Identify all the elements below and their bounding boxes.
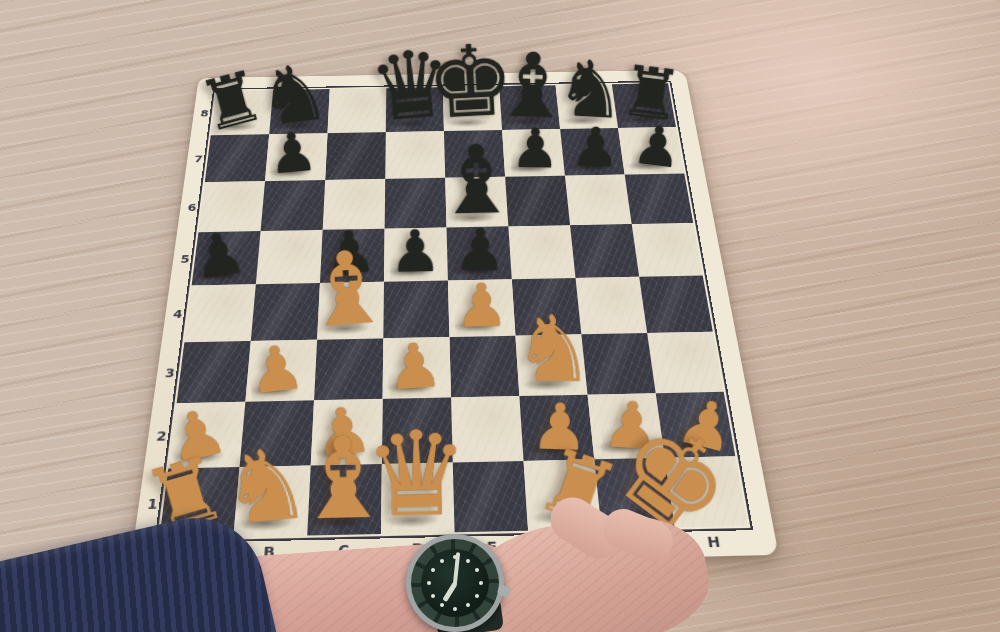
square-d5[interactable]: ♟ <box>384 227 448 281</box>
square-f5[interactable] <box>508 225 575 279</box>
white-knight-f3[interactable]: ♞ <box>512 306 595 394</box>
square-h3[interactable] <box>647 332 724 394</box>
square-a4[interactable] <box>184 284 255 342</box>
square-g7[interactable]: ♟ <box>560 128 625 176</box>
rank-label-3: 3 <box>162 367 178 380</box>
rank-label-6: 6 <box>185 202 200 212</box>
square-h5[interactable] <box>632 223 703 277</box>
black-pawn-a5[interactable]: ♟ <box>189 225 249 288</box>
square-c3[interactable] <box>314 338 383 400</box>
black-pawn-d5[interactable]: ♟ <box>389 224 442 280</box>
black-queen-d8[interactable]: ♛ <box>366 39 457 134</box>
square-a7[interactable] <box>205 134 269 182</box>
square-b7[interactable]: ♟ <box>265 133 328 181</box>
square-b3[interactable]: ♟ <box>245 340 317 402</box>
square-e3[interactable] <box>449 336 519 398</box>
square-g6[interactable] <box>565 175 632 226</box>
square-h6[interactable] <box>625 173 694 224</box>
file-label-h: H <box>705 534 724 549</box>
square-g5[interactable] <box>570 224 639 278</box>
white-pawn-e4[interactable]: ♟ <box>454 277 509 335</box>
black-bishop-e6[interactable]: ♝ <box>433 135 520 226</box>
black-pawn-b7[interactable]: ♟ <box>266 125 319 181</box>
black-pawn-h7[interactable]: ♟ <box>630 119 684 176</box>
square-h7[interactable]: ♟ <box>618 127 684 175</box>
board-grid: ♜♞♛♚♝♞♜♟♟♟♟♝♟♟♟♟♝♟♟♟♞♟♟♟♟♟♜♞♝♛♜♚ <box>159 83 747 539</box>
square-c7[interactable] <box>325 132 386 180</box>
white-pawn-b3[interactable]: ♟ <box>246 338 308 403</box>
square-c1[interactable]: ♝ <box>307 464 382 536</box>
square-h4[interactable] <box>639 275 713 333</box>
square-e4[interactable]: ♟ <box>448 279 516 337</box>
rank-label-4: 4 <box>170 308 186 320</box>
square-d3[interactable]: ♟ <box>383 337 451 399</box>
table-scene: ♜♞♛♚♝♞♜♟♟♟♟♝♟♟♟♟♝♟♟♟♞♟♟♟♟♟♜♞♝♛♜♚ 8765432… <box>0 0 1000 632</box>
wristwatch <box>406 534 504 632</box>
white-bishop-c4[interactable]: ♝ <box>298 238 395 340</box>
square-c4[interactable]: ♝ <box>317 282 384 340</box>
square-b6[interactable] <box>261 180 326 231</box>
board-perspective-wrap: ♜♞♛♚♝♞♜♟♟♟♟♝♟♟♟♟♝♟♟♟♞♟♟♟♟♟♜♞♝♛♜♚ 8765432… <box>130 70 779 570</box>
square-a5[interactable]: ♟ <box>192 231 261 285</box>
white-bishop-c1[interactable]: ♝ <box>292 424 395 533</box>
board-sheet: ♜♞♛♚♝♞♜♟♟♟♟♝♟♟♟♟♝♟♟♟♞♟♟♟♟♟♜♞♝♛♜♚ 8765432… <box>130 70 779 570</box>
black-pawn-g7[interactable]: ♟ <box>570 121 620 174</box>
square-f3[interactable]: ♞ <box>515 334 587 396</box>
rank-label-7: 7 <box>191 154 205 164</box>
rank-label-5: 5 <box>177 253 192 264</box>
white-pawn-d3[interactable]: ♟ <box>385 336 445 399</box>
